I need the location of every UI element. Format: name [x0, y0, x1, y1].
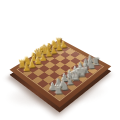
photo-background: ♜♟♟♜♞♟♟♞♝♟♟♝♚♟♟♚♛♟♟♛♝♟♟♝♞♟♟♞♜♟♟♜	[0, 0, 120, 120]
silver-rook[interactable]: ♜	[48, 77, 70, 96]
gold-pawn[interactable]: ♟	[17, 56, 36, 73]
square-a8[interactable]: ♜	[54, 91, 66, 100]
square-a2[interactable]: ♟	[23, 69, 34, 76]
